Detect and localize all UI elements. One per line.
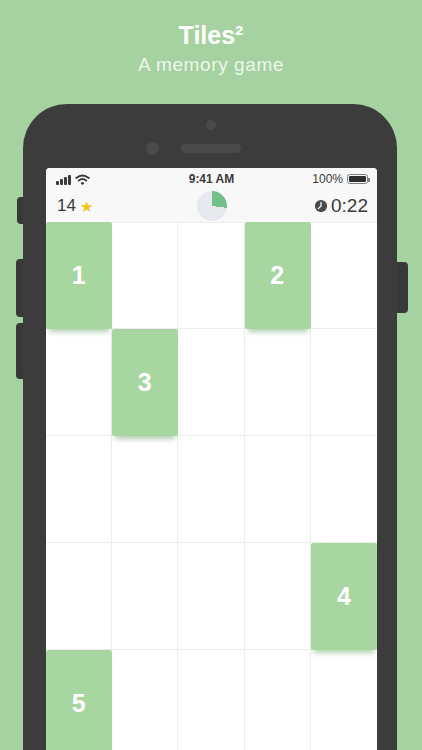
- page: { "game": "Tiles² — sequential tile memo…: [0, 0, 422, 750]
- phone-camera-icon: [146, 142, 159, 155]
- grid-cell[interactable]: [46, 329, 112, 436]
- app-header: Tiles² A memory game: [0, 0, 422, 76]
- grid-cell[interactable]: [311, 329, 377, 436]
- status-right: 100%: [312, 168, 368, 190]
- phone-frame: 9:41 AM 100% 14 ★ 0:22 12345: [23, 104, 397, 750]
- grid-tile[interactable]: 3: [112, 329, 178, 436]
- score-value: 14: [57, 196, 76, 216]
- grid-cell[interactable]: [112, 543, 178, 650]
- tile-number: 3: [138, 368, 152, 397]
- tile-number: 5: [72, 689, 86, 718]
- clock-icon: [314, 199, 328, 213]
- grid-cell[interactable]: [245, 329, 311, 436]
- phone-top-dot: [206, 120, 216, 130]
- grid-cell[interactable]: [178, 436, 244, 543]
- grid-cell[interactable]: [46, 543, 112, 650]
- grid-cell[interactable]: [178, 329, 244, 436]
- phone-screen: 9:41 AM 100% 14 ★ 0:22 12345: [46, 168, 377, 750]
- grid-cell[interactable]: [245, 436, 311, 543]
- grid-cell[interactable]: [245, 650, 311, 750]
- app-subtitle: A memory game: [0, 54, 422, 76]
- timer-value: 0:22: [331, 195, 368, 217]
- grid-cell[interactable]: [178, 222, 244, 329]
- battery-percent-label: 100%: [312, 172, 343, 186]
- grid-cell[interactable]: [178, 650, 244, 750]
- grid-tile[interactable]: 4: [311, 543, 377, 650]
- game-hud: 14 ★ 0:22: [46, 190, 377, 222]
- grid-cell[interactable]: [178, 543, 244, 650]
- grid-cell[interactable]: [311, 436, 377, 543]
- timer-display: 0:22: [314, 195, 368, 217]
- score-display: 14 ★: [57, 196, 93, 216]
- grid-cell[interactable]: [112, 436, 178, 543]
- grid-cell[interactable]: [46, 436, 112, 543]
- battery-full-icon: [347, 174, 368, 184]
- grid-tile[interactable]: 2: [245, 222, 311, 329]
- grid-cell[interactable]: [311, 222, 377, 329]
- grid-tile[interactable]: 1: [46, 222, 112, 329]
- tile-number: 2: [270, 261, 284, 290]
- app-title: Tiles²: [0, 22, 422, 49]
- star-icon: ★: [80, 199, 93, 214]
- phone-speaker: [181, 144, 241, 153]
- progress-pie-indicator: [197, 191, 227, 221]
- grid-cell[interactable]: [245, 543, 311, 650]
- grid-tile[interactable]: 5: [46, 650, 112, 750]
- tile-number: 1: [72, 261, 86, 290]
- grid-cell[interactable]: [311, 650, 377, 750]
- status-bar: 9:41 AM 100%: [46, 168, 377, 190]
- grid-cell[interactable]: [112, 650, 178, 750]
- tile-grid: 12345: [46, 222, 377, 750]
- grid-cell[interactable]: [112, 222, 178, 329]
- tile-number: 4: [337, 582, 351, 611]
